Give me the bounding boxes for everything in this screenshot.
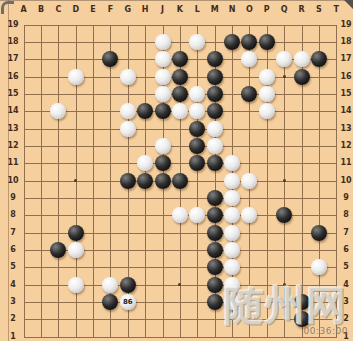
star-point — [283, 75, 286, 78]
white-stone[interactable] — [241, 207, 257, 223]
black-stone[interactable] — [241, 86, 257, 102]
row-label-left: 4 — [6, 280, 20, 290]
row-label-right: 14 — [339, 106, 353, 116]
black-stone[interactable] — [68, 225, 84, 241]
black-stone[interactable] — [207, 190, 223, 206]
column-label: O — [242, 5, 256, 15]
white-stone[interactable] — [224, 259, 240, 275]
black-stone[interactable] — [207, 155, 223, 171]
column-label: P — [260, 5, 274, 15]
row-label-left: 9 — [6, 193, 20, 203]
go-board-screenshot: ABCDEFGHJKLMNOPQRST191918181717161615151… — [0, 0, 353, 341]
white-stone[interactable] — [120, 103, 136, 119]
white-stone[interactable] — [189, 34, 205, 50]
column-label: K — [173, 5, 187, 15]
black-stone[interactable] — [207, 242, 223, 258]
row-label-right: 7 — [339, 228, 353, 238]
column-label: J — [156, 5, 170, 15]
white-stone[interactable] — [155, 34, 171, 50]
row-label-left: 12 — [6, 141, 20, 151]
row-label-left: 15 — [6, 89, 20, 99]
white-stone[interactable] — [68, 69, 84, 85]
row-label-right: 12 — [339, 141, 353, 151]
black-stone[interactable] — [172, 69, 188, 85]
column-label: C — [51, 5, 65, 15]
top-frame-line — [0, 0, 353, 1]
white-stone[interactable] — [259, 86, 275, 102]
black-stone[interactable] — [172, 86, 188, 102]
row-label-right: 5 — [339, 262, 353, 272]
white-stone[interactable] — [155, 69, 171, 85]
white-stone[interactable] — [120, 69, 136, 85]
white-stone[interactable] — [311, 259, 327, 275]
watermark-subtext: 00:36:00 — [304, 326, 348, 336]
row-label-left: 10 — [6, 176, 20, 186]
column-label: H — [138, 5, 152, 15]
black-stone[interactable] — [102, 294, 118, 310]
black-stone[interactable] — [207, 207, 223, 223]
white-stone[interactable] — [120, 121, 136, 137]
column-label: D — [69, 5, 83, 15]
grid-line-horizontal — [24, 198, 338, 199]
row-label-left: 13 — [6, 124, 20, 134]
white-stone[interactable] — [172, 103, 188, 119]
watermark-text: 随州网 — [224, 278, 347, 333]
white-stone[interactable] — [224, 207, 240, 223]
black-stone[interactable] — [224, 34, 240, 50]
black-stone[interactable] — [207, 225, 223, 241]
star-point — [178, 283, 181, 286]
white-stone[interactable] — [224, 242, 240, 258]
grid-line-horizontal — [24, 337, 338, 338]
black-stone[interactable] — [241, 34, 257, 50]
row-label-right: 11 — [339, 158, 353, 168]
black-stone[interactable] — [311, 225, 327, 241]
black-stone[interactable] — [137, 103, 153, 119]
white-stone[interactable] — [224, 190, 240, 206]
black-stone[interactable] — [189, 155, 205, 171]
row-label-left: 8 — [6, 210, 20, 220]
black-stone[interactable] — [259, 34, 275, 50]
white-stone[interactable] — [207, 121, 223, 137]
column-label: B — [34, 5, 48, 15]
white-stone[interactable] — [172, 207, 188, 223]
black-stone[interactable] — [207, 259, 223, 275]
left-frame-line — [8, 0, 9, 341]
row-label-right: 9 — [339, 193, 353, 203]
column-label: T — [329, 5, 343, 15]
black-stone[interactable] — [189, 121, 205, 137]
row-label-left: 17 — [6, 54, 20, 64]
row-label-left: 5 — [6, 262, 20, 272]
black-stone[interactable] — [207, 51, 223, 67]
column-label: E — [86, 5, 100, 15]
white-stone[interactable] — [241, 51, 257, 67]
black-stone[interactable] — [207, 86, 223, 102]
white-stone[interactable] — [224, 225, 240, 241]
black-stone[interactable] — [120, 277, 136, 293]
white-stone[interactable] — [224, 155, 240, 171]
column-label: N — [225, 5, 239, 15]
row-label-left: 16 — [6, 72, 20, 82]
row-label-right: 8 — [339, 210, 353, 220]
white-stone[interactable] — [276, 51, 292, 67]
white-stone[interactable] — [68, 277, 84, 293]
black-stone[interactable] — [102, 51, 118, 67]
row-label-right: 17 — [339, 54, 353, 64]
row-label-right: 18 — [339, 37, 353, 47]
row-label-left: 7 — [6, 228, 20, 238]
grid-line-horizontal — [24, 267, 338, 268]
black-stone[interactable] — [155, 173, 171, 189]
black-stone[interactable] — [207, 277, 223, 293]
white-stone[interactable] — [155, 51, 171, 67]
white-stone[interactable] — [207, 138, 223, 154]
white-stone[interactable] — [155, 138, 171, 154]
black-stone[interactable] — [294, 69, 310, 85]
black-stone[interactable] — [276, 207, 292, 223]
row-label-left: 1 — [6, 332, 20, 341]
corner-curl-icon — [1, 1, 14, 14]
white-stone[interactable] — [189, 207, 205, 223]
white-stone[interactable] — [50, 103, 66, 119]
black-stone[interactable] — [172, 51, 188, 67]
row-label-right: 13 — [339, 124, 353, 134]
top-right-corner-icon — [344, 0, 353, 9]
black-stone[interactable] — [120, 173, 136, 189]
row-label-left: 6 — [6, 245, 20, 255]
row-label-right: 19 — [339, 20, 353, 30]
row-label-right: 10 — [339, 176, 353, 186]
black-stone[interactable] — [207, 69, 223, 85]
black-stone[interactable] — [155, 103, 171, 119]
grid-line-vertical — [197, 25, 198, 338]
column-label: Q — [277, 5, 291, 15]
move-number-label: 86 — [120, 294, 136, 310]
row-label-left: 3 — [6, 297, 20, 307]
row-label-right: 6 — [339, 245, 353, 255]
white-stone[interactable] — [189, 86, 205, 102]
white-stone[interactable] — [155, 86, 171, 102]
black-stone[interactable] — [189, 138, 205, 154]
row-label-right: 15 — [339, 89, 353, 99]
white-stone[interactable] — [259, 103, 275, 119]
white-stone[interactable] — [224, 173, 240, 189]
white-stone[interactable] — [259, 69, 275, 85]
black-stone[interactable] — [172, 173, 188, 189]
row-label-left: 14 — [6, 106, 20, 116]
column-label: L — [190, 5, 204, 15]
white-stone[interactable]: 86 — [120, 294, 136, 310]
white-stone[interactable] — [137, 155, 153, 171]
white-stone[interactable] — [68, 242, 84, 258]
black-stone[interactable] — [207, 103, 223, 119]
column-label: F — [103, 5, 117, 15]
black-stone[interactable] — [207, 294, 223, 310]
row-label-left: 11 — [6, 158, 20, 168]
column-label: S — [312, 5, 326, 15]
row-label-left: 19 — [6, 20, 20, 30]
white-stone[interactable] — [294, 51, 310, 67]
black-stone[interactable] — [311, 51, 327, 67]
black-stone[interactable] — [155, 155, 171, 171]
row-label-left: 2 — [6, 314, 20, 324]
column-label: G — [121, 5, 135, 15]
white-stone[interactable] — [241, 173, 257, 189]
row-label-left: 18 — [6, 37, 20, 47]
black-stone[interactable] — [137, 173, 153, 189]
row-label-right: 16 — [339, 72, 353, 82]
white-stone[interactable] — [102, 277, 118, 293]
black-stone[interactable] — [50, 242, 66, 258]
column-label: M — [208, 5, 222, 15]
column-label: R — [295, 5, 309, 15]
column-label: A — [17, 5, 31, 15]
white-stone[interactable] — [189, 103, 205, 119]
star-point — [74, 179, 77, 182]
star-point — [283, 179, 286, 182]
